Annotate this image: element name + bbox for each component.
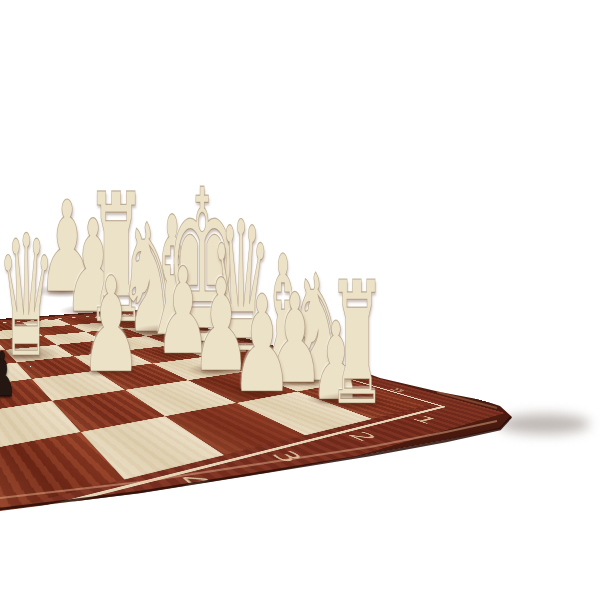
rank-label-6: 6 bbox=[0, 510, 13, 600]
chess-board: 12345678 hgfedcba bbox=[0, 0, 600, 600]
board-plane: 12345678 hgfedcba bbox=[0, 310, 546, 600]
chess-photo-scene: 12345678 hgfedcba ♜♞♝♚♛♝♞♜♟♟♟♟♟♟♟♟♛♟ bbox=[0, 0, 600, 600]
